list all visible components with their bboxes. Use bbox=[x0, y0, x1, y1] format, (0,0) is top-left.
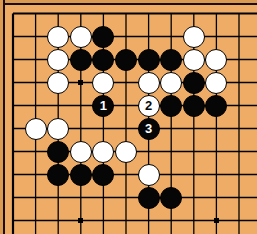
intersection bbox=[160, 71, 183, 94]
intersection bbox=[115, 163, 138, 186]
intersection bbox=[182, 140, 205, 163]
white-stone bbox=[70, 141, 92, 163]
intersection bbox=[182, 209, 205, 232]
move-number-label: 1 bbox=[100, 99, 107, 112]
intersection bbox=[47, 48, 70, 71]
intersection bbox=[160, 209, 183, 232]
white-stone bbox=[92, 141, 114, 163]
intersection bbox=[2, 163, 25, 186]
intersection bbox=[92, 117, 115, 140]
intersection bbox=[160, 163, 183, 186]
star-point bbox=[214, 218, 219, 223]
white-stone bbox=[92, 72, 114, 94]
intersection bbox=[115, 25, 138, 48]
intersection bbox=[2, 71, 25, 94]
intersection bbox=[228, 117, 251, 140]
intersection bbox=[160, 2, 183, 25]
intersection bbox=[205, 209, 228, 232]
white-stone bbox=[115, 141, 137, 163]
black-stone bbox=[92, 164, 114, 186]
intersection bbox=[69, 117, 92, 140]
intersection bbox=[2, 140, 25, 163]
intersection bbox=[24, 209, 47, 232]
intersection bbox=[24, 94, 47, 117]
intersection bbox=[47, 117, 70, 140]
intersection bbox=[160, 186, 183, 209]
intersection bbox=[205, 94, 228, 117]
intersection bbox=[115, 48, 138, 71]
intersection bbox=[182, 25, 205, 48]
move-number-label: 3 bbox=[145, 122, 152, 135]
black-stone bbox=[138, 49, 160, 71]
intersection bbox=[137, 186, 160, 209]
intersection bbox=[205, 140, 228, 163]
intersection bbox=[137, 163, 160, 186]
star-point bbox=[78, 80, 83, 85]
intersection bbox=[69, 71, 92, 94]
intersection bbox=[24, 71, 47, 94]
black-stone: 1 bbox=[92, 95, 114, 117]
intersection bbox=[137, 140, 160, 163]
intersection bbox=[137, 209, 160, 232]
black-stone bbox=[70, 49, 92, 71]
intersection bbox=[228, 94, 251, 117]
intersection bbox=[24, 140, 47, 163]
intersection: 3 bbox=[137, 117, 160, 140]
white-stone bbox=[47, 118, 69, 140]
intersection bbox=[182, 48, 205, 71]
white-stone bbox=[47, 49, 69, 71]
black-stone bbox=[205, 95, 227, 117]
intersection bbox=[69, 209, 92, 232]
intersection bbox=[160, 48, 183, 71]
intersection bbox=[115, 94, 138, 117]
black-stone bbox=[47, 164, 69, 186]
black-stone bbox=[92, 49, 114, 71]
intersection bbox=[228, 25, 251, 48]
intersection bbox=[228, 163, 251, 186]
intersection bbox=[205, 2, 228, 25]
intersection bbox=[69, 94, 92, 117]
intersection bbox=[47, 140, 70, 163]
black-stone bbox=[47, 141, 69, 163]
intersection bbox=[2, 94, 25, 117]
intersection bbox=[47, 186, 70, 209]
intersection bbox=[160, 25, 183, 48]
intersection bbox=[228, 2, 251, 25]
intersection: 1 bbox=[92, 94, 115, 117]
intersection bbox=[205, 186, 228, 209]
intersection bbox=[47, 209, 70, 232]
intersection: 2 bbox=[137, 94, 160, 117]
intersection bbox=[137, 71, 160, 94]
black-stone bbox=[92, 26, 114, 48]
white-stone bbox=[183, 26, 205, 48]
intersection bbox=[92, 140, 115, 163]
black-stone bbox=[160, 187, 182, 209]
white-stone bbox=[47, 72, 69, 94]
intersection bbox=[115, 117, 138, 140]
board-edge-top bbox=[0, 0, 257, 5]
intersection bbox=[137, 2, 160, 25]
intersection bbox=[24, 48, 47, 71]
intersection bbox=[115, 2, 138, 25]
intersection bbox=[69, 2, 92, 25]
board-intersections: 123 bbox=[2, 2, 251, 232]
intersection bbox=[182, 117, 205, 140]
intersection bbox=[160, 140, 183, 163]
intersection bbox=[47, 94, 70, 117]
intersection bbox=[69, 48, 92, 71]
intersection bbox=[115, 140, 138, 163]
black-stone bbox=[70, 164, 92, 186]
star-point bbox=[78, 218, 83, 223]
black-stone bbox=[183, 95, 205, 117]
intersection bbox=[182, 186, 205, 209]
white-stone bbox=[138, 72, 160, 94]
intersection bbox=[2, 117, 25, 140]
intersection bbox=[228, 209, 251, 232]
black-stone bbox=[160, 95, 182, 117]
intersection bbox=[2, 186, 25, 209]
intersection bbox=[24, 163, 47, 186]
intersection bbox=[115, 71, 138, 94]
intersection bbox=[160, 117, 183, 140]
white-stone bbox=[70, 26, 92, 48]
black-stone: 3 bbox=[138, 118, 160, 140]
intersection bbox=[182, 2, 205, 25]
intersection bbox=[2, 2, 25, 25]
white-stone bbox=[138, 164, 160, 186]
intersection bbox=[205, 71, 228, 94]
white-stone bbox=[205, 49, 227, 71]
intersection bbox=[47, 71, 70, 94]
intersection bbox=[228, 140, 251, 163]
intersection bbox=[160, 94, 183, 117]
go-board: 123 bbox=[0, 0, 257, 234]
intersection bbox=[69, 25, 92, 48]
white-stone bbox=[160, 72, 182, 94]
intersection bbox=[24, 2, 47, 25]
go-diagram: 123 bbox=[0, 0, 257, 234]
intersection bbox=[228, 71, 251, 94]
intersection bbox=[182, 94, 205, 117]
intersection bbox=[228, 186, 251, 209]
intersection bbox=[228, 48, 251, 71]
intersection bbox=[205, 163, 228, 186]
intersection bbox=[47, 163, 70, 186]
intersection bbox=[182, 71, 205, 94]
intersection bbox=[137, 25, 160, 48]
intersection bbox=[69, 186, 92, 209]
black-stone bbox=[183, 72, 205, 94]
intersection bbox=[69, 140, 92, 163]
intersection bbox=[205, 117, 228, 140]
black-stone bbox=[138, 187, 160, 209]
black-stone bbox=[160, 49, 182, 71]
white-stone: 2 bbox=[138, 95, 160, 117]
intersection bbox=[2, 209, 25, 232]
intersection bbox=[92, 48, 115, 71]
white-stone bbox=[205, 72, 227, 94]
intersection bbox=[92, 2, 115, 25]
intersection bbox=[47, 2, 70, 25]
intersection bbox=[24, 25, 47, 48]
intersection bbox=[92, 186, 115, 209]
intersection bbox=[2, 48, 25, 71]
board-edge-left bbox=[0, 0, 5, 234]
intersection bbox=[24, 117, 47, 140]
white-stone bbox=[25, 118, 47, 140]
intersection bbox=[2, 25, 25, 48]
intersection bbox=[92, 163, 115, 186]
intersection bbox=[137, 48, 160, 71]
move-number-label: 2 bbox=[145, 99, 152, 112]
intersection bbox=[182, 163, 205, 186]
intersection bbox=[205, 25, 228, 48]
intersection bbox=[92, 71, 115, 94]
intersection bbox=[69, 163, 92, 186]
intersection bbox=[205, 48, 228, 71]
intersection bbox=[92, 25, 115, 48]
white-stone bbox=[183, 49, 205, 71]
intersection bbox=[24, 186, 47, 209]
intersection bbox=[115, 186, 138, 209]
white-stone bbox=[47, 26, 69, 48]
black-stone bbox=[115, 49, 137, 71]
intersection bbox=[115, 209, 138, 232]
intersection bbox=[47, 25, 70, 48]
intersection bbox=[92, 209, 115, 232]
